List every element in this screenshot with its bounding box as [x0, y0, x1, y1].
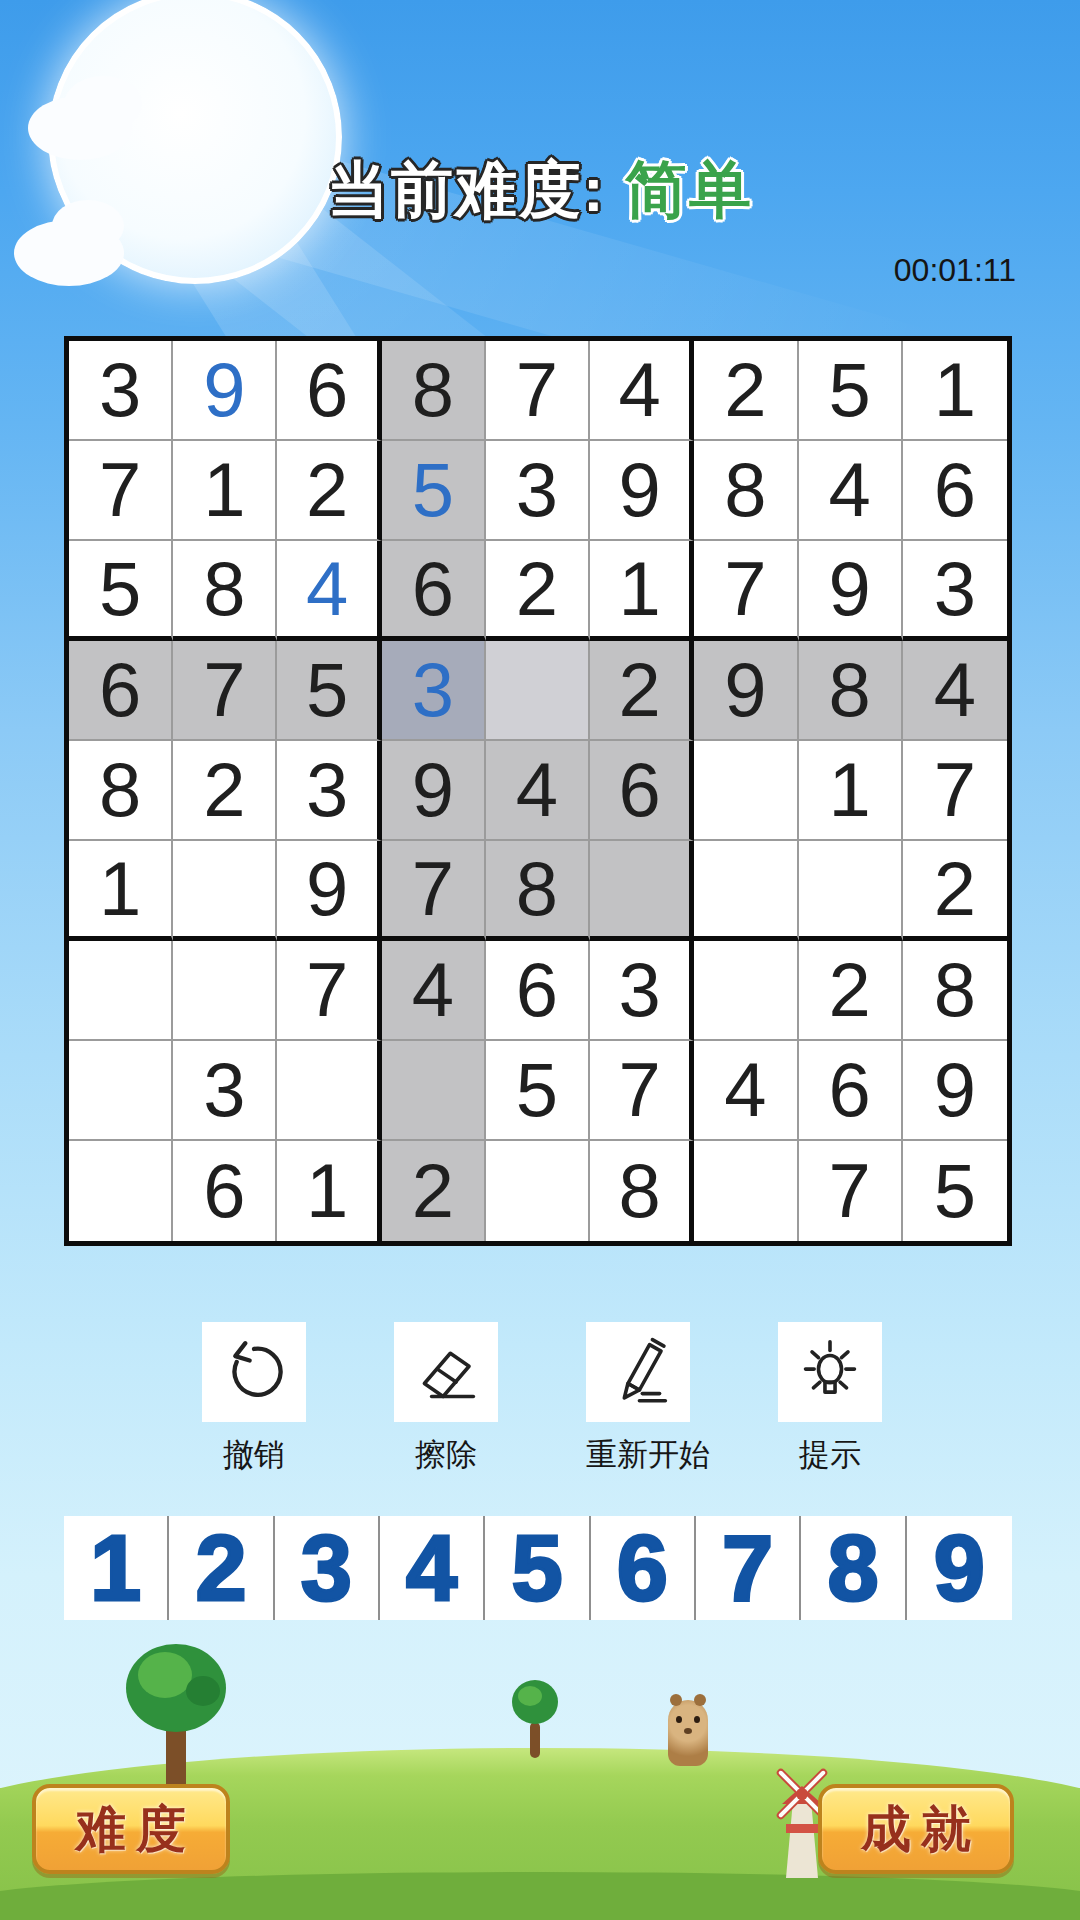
cell-r6c3[interactable]: 9 [277, 841, 381, 941]
cell-r9c4[interactable]: 2 [382, 1141, 486, 1241]
cell-r9c2[interactable]: 6 [173, 1141, 277, 1241]
numpad-4[interactable]: 4 [380, 1516, 485, 1620]
undo-button[interactable]: 撤销 [202, 1322, 306, 1476]
cell-r4c8[interactable]: 8 [799, 641, 903, 741]
pencil-icon[interactable] [586, 1322, 690, 1422]
cell-r8c4[interactable] [382, 1041, 486, 1141]
small-tree-trunk [530, 1722, 540, 1758]
cell-r4c3[interactable]: 5 [277, 641, 381, 741]
cell-r3c2[interactable]: 8 [173, 541, 277, 641]
cell-r4c6[interactable]: 2 [590, 641, 694, 741]
grass-hill-dark [0, 1872, 1080, 1920]
cell-r2c5[interactable]: 3 [486, 441, 590, 541]
undo-label: 撤销 [202, 1434, 306, 1476]
tree-canopy [138, 1652, 192, 1698]
cell-r5c8[interactable]: 1 [799, 741, 903, 841]
cell-r8c8[interactable]: 6 [799, 1041, 903, 1141]
cell-r1c8[interactable]: 5 [799, 341, 903, 441]
cloud [64, 76, 142, 132]
numpad-8[interactable]: 8 [801, 1516, 906, 1620]
cell-r1c6[interactable]: 4 [590, 341, 694, 441]
cell-r1c5[interactable]: 7 [486, 341, 590, 441]
page-title: 当前难度: 简单 [0, 148, 1080, 232]
cell-r8c6[interactable]: 7 [590, 1041, 694, 1141]
undo-icon[interactable] [202, 1322, 306, 1422]
cell-r8c5[interactable]: 5 [486, 1041, 590, 1141]
cell-r3c7[interactable]: 7 [694, 541, 798, 641]
cell-r9c5[interactable] [486, 1141, 590, 1241]
cell-r2c3[interactable]: 2 [277, 441, 381, 541]
cell-r2c7[interactable]: 8 [694, 441, 798, 541]
numpad-9[interactable]: 9 [907, 1516, 1012, 1620]
cell-r3c8[interactable]: 9 [799, 541, 903, 641]
cell-r7c6[interactable]: 3 [590, 941, 694, 1041]
difficulty-value: 简单 [625, 155, 753, 224]
cell-r5c3[interactable]: 3 [277, 741, 381, 841]
cell-r4c5[interactable] [486, 641, 590, 741]
cell-r5c6[interactable]: 6 [590, 741, 694, 841]
achievement-button[interactable]: 成就 [818, 1784, 1014, 1874]
cell-r9c3[interactable]: 1 [277, 1141, 381, 1241]
cell-r5c7[interactable] [694, 741, 798, 841]
erase-label: 擦除 [394, 1434, 498, 1476]
cell-r6c7[interactable] [694, 841, 798, 941]
lightbulb-icon[interactable] [778, 1322, 882, 1422]
cell-r6c4[interactable]: 7 [382, 841, 486, 941]
cell-r1c2[interactable]: 9 [173, 341, 277, 441]
cell-r2c9[interactable]: 6 [903, 441, 1007, 541]
cell-r9c7[interactable] [694, 1141, 798, 1241]
cell-r7c4[interactable]: 4 [382, 941, 486, 1041]
restart-button[interactable]: 重新开始 [586, 1322, 690, 1476]
cell-r6c8[interactable] [799, 841, 903, 941]
cell-r3c1[interactable]: 5 [69, 541, 173, 641]
cell-r3c5[interactable]: 2 [486, 541, 590, 641]
cell-r2c8[interactable]: 4 [799, 441, 903, 541]
cell-r7c8[interactable]: 2 [799, 941, 903, 1041]
cell-r1c4[interactable]: 8 [382, 341, 486, 441]
cell-r8c2[interactable]: 3 [173, 1041, 277, 1141]
difficulty-button[interactable]: 难度 [32, 1784, 230, 1874]
numpad-7[interactable]: 7 [696, 1516, 801, 1620]
cell-r3c9[interactable]: 3 [903, 541, 1007, 641]
cell-r8c3[interactable] [277, 1041, 381, 1141]
cell-r3c3[interactable]: 4 [277, 541, 381, 641]
cell-r8c1[interactable] [69, 1041, 173, 1141]
cell-r5c4[interactable]: 9 [382, 741, 486, 841]
cell-r7c5[interactable]: 6 [486, 941, 590, 1041]
cell-r1c7[interactable]: 2 [694, 341, 798, 441]
cell-r6c5[interactable]: 8 [486, 841, 590, 941]
cell-r4c2[interactable]: 7 [173, 641, 277, 741]
cell-r4c9[interactable]: 4 [903, 641, 1007, 741]
cell-r6c9[interactable]: 2 [903, 841, 1007, 941]
cell-r4c4[interactable]: 3 [382, 641, 486, 741]
cell-r1c3[interactable]: 6 [277, 341, 381, 441]
cell-r9c1[interactable] [69, 1141, 173, 1241]
cell-r5c9[interactable]: 7 [903, 741, 1007, 841]
cell-r7c7[interactable] [694, 941, 798, 1041]
cell-r4c1[interactable]: 6 [69, 641, 173, 741]
cell-r5c2[interactable]: 2 [173, 741, 277, 841]
cell-r9c6[interactable]: 8 [590, 1141, 694, 1241]
cell-r3c6[interactable]: 1 [590, 541, 694, 641]
cell-r9c9[interactable]: 5 [903, 1141, 1007, 1241]
cell-r1c1[interactable]: 3 [69, 341, 173, 441]
numpad-2[interactable]: 2 [169, 1516, 274, 1620]
tree-canopy [186, 1676, 220, 1706]
cell-r7c2[interactable] [173, 941, 277, 1041]
numpad-3[interactable]: 3 [275, 1516, 380, 1620]
cell-r5c1[interactable]: 8 [69, 741, 173, 841]
numpad-5[interactable]: 5 [485, 1516, 590, 1620]
numpad-6[interactable]: 6 [591, 1516, 696, 1620]
cell-r3c4[interactable]: 6 [382, 541, 486, 641]
cell-r1c9[interactable]: 1 [903, 341, 1007, 441]
cell-r5c5[interactable]: 4 [486, 741, 590, 841]
hint-label: 提示 [778, 1434, 882, 1476]
toolbar: 撤销 擦除 重新开始 [202, 1322, 882, 1476]
number-pad: 123456789 [64, 1516, 1012, 1620]
cell-r8c7[interactable]: 4 [694, 1041, 798, 1141]
cell-r2c4[interactable]: 5 [382, 441, 486, 541]
game-timer: 00:01:11 [894, 252, 1016, 289]
title-prefix: 当前难度: [327, 155, 606, 224]
cell-r7c3[interactable]: 7 [277, 941, 381, 1041]
cell-r6c6[interactable] [590, 841, 694, 941]
eraser-icon[interactable] [394, 1322, 498, 1422]
small-tree-canopy [518, 1686, 542, 1706]
cell-r8c9[interactable]: 9 [903, 1041, 1007, 1141]
cell-r4c7[interactable]: 9 [694, 641, 798, 741]
cell-r2c2[interactable]: 1 [173, 441, 277, 541]
numpad-1[interactable]: 1 [64, 1516, 169, 1620]
erase-button[interactable]: 擦除 [394, 1322, 498, 1476]
cell-r2c6[interactable]: 9 [590, 441, 694, 541]
cell-r7c1[interactable] [69, 941, 173, 1041]
cell-r6c2[interactable] [173, 841, 277, 941]
sudoku-board: 3968742517125398465846217936753298482394… [64, 336, 1012, 1246]
cell-r7c9[interactable]: 8 [903, 941, 1007, 1041]
cell-r2c1[interactable]: 7 [69, 441, 173, 541]
groundhog [668, 1700, 708, 1766]
restart-label: 重新开始 [586, 1434, 690, 1476]
cell-r9c8[interactable]: 7 [799, 1141, 903, 1241]
cell-r6c1[interactable]: 1 [69, 841, 173, 941]
hint-button[interactable]: 提示 [778, 1322, 882, 1476]
